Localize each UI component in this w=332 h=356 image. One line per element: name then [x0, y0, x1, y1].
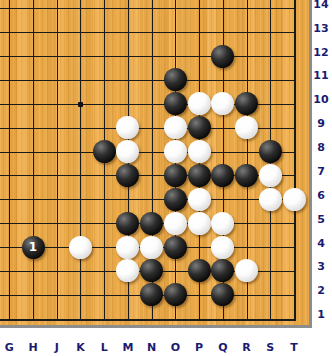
coord-row-9: 9 [317, 117, 325, 130]
stone-white-O5[interactable] [164, 212, 187, 235]
stone-black-O4[interactable] [164, 236, 187, 259]
coord-col-G: G [5, 341, 14, 354]
coord-col-H: H [28, 341, 37, 354]
grid-line-col-T [294, 0, 296, 321]
coord-col-J: J [55, 341, 59, 354]
stone-white-M4[interactable] [116, 236, 139, 259]
coord-col-M: M [122, 341, 133, 354]
coord-row-12: 12 [313, 45, 328, 58]
move-number-label: 1 [22, 236, 45, 259]
stone-black-P7[interactable] [188, 164, 211, 187]
stone-white-P10[interactable] [188, 92, 211, 115]
grid-line-row-12 [0, 56, 296, 57]
stone-black-O7[interactable] [164, 164, 187, 187]
stone-white-T6[interactable] [283, 188, 306, 211]
coord-row-4: 4 [317, 236, 325, 249]
stone-black-N5[interactable] [140, 212, 163, 235]
stone-black-O2[interactable] [164, 283, 187, 306]
stone-black-Q12[interactable] [211, 45, 234, 68]
stone-white-Q5[interactable] [211, 212, 234, 235]
stone-black-S8[interactable] [259, 140, 282, 163]
coord-row-1: 1 [317, 308, 325, 321]
grid-line-row-1 [0, 319, 296, 321]
coord-row-11: 11 [313, 69, 328, 82]
stone-black-M5[interactable] [116, 212, 139, 235]
stone-black-P3[interactable] [188, 259, 211, 282]
coord-row-3: 3 [317, 260, 325, 273]
star-point-K10 [78, 102, 83, 107]
stone-black-L8[interactable] [93, 140, 116, 163]
grid-line-row-11 [0, 80, 296, 81]
stone-white-P5[interactable] [188, 212, 211, 235]
coord-row-5: 5 [317, 212, 325, 225]
stone-white-P6[interactable] [188, 188, 211, 211]
coord-col-R: R [242, 341, 250, 354]
coord-row-14: 14 [313, 0, 328, 10]
grid-line-col-K [80, 0, 81, 321]
coord-row-13: 13 [313, 21, 328, 34]
stone-white-O9[interactable] [164, 116, 187, 139]
coord-col-S: S [266, 341, 274, 354]
go-board-screenshot: 1GHJKLMNOPQRST1413121110987654321 [0, 0, 332, 356]
stone-white-O8[interactable] [164, 140, 187, 163]
coord-col-N: N [147, 341, 156, 354]
coord-col-L: L [101, 341, 108, 354]
grid-line-row-14 [0, 8, 296, 9]
coord-row-10: 10 [313, 93, 328, 106]
stone-black-P9[interactable] [188, 116, 211, 139]
stone-white-Q4[interactable] [211, 236, 234, 259]
grid-line-row-6 [0, 199, 296, 200]
stone-black-R7[interactable] [235, 164, 258, 187]
stone-white-S7[interactable] [259, 164, 282, 187]
stone-white-N4[interactable] [140, 236, 163, 259]
coord-col-P: P [195, 341, 203, 354]
grid-line-col-J [57, 0, 58, 321]
coord-col-Q: Q [218, 341, 227, 354]
stone-white-K4[interactable] [69, 236, 92, 259]
coord-row-8: 8 [317, 141, 325, 154]
stone-black-O6[interactable] [164, 188, 187, 211]
coord-col-O: O [171, 341, 180, 354]
coord-row-6: 6 [317, 188, 325, 201]
grid-line-row-13 [0, 32, 296, 33]
grid-line-row-8 [0, 152, 296, 153]
coord-col-K: K [76, 341, 85, 354]
coord-row-7: 7 [317, 164, 325, 177]
stone-black-H4[interactable]: 1 [22, 236, 45, 259]
stone-white-S6[interactable] [259, 188, 282, 211]
grid-line-col-G [9, 0, 10, 321]
coord-row-2: 2 [317, 284, 325, 297]
grid-line-col-H [33, 0, 34, 321]
coord-col-T: T [290, 341, 298, 354]
stone-white-P8[interactable] [188, 140, 211, 163]
